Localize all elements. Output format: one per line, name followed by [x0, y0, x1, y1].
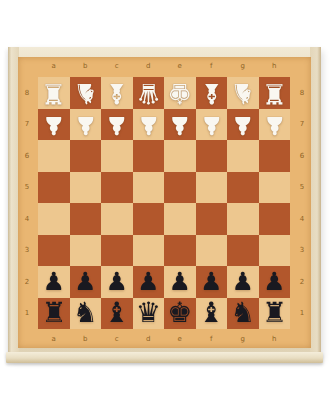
rank-label-left-2: 2: [21, 266, 33, 298]
piece-white-queen-d8[interactable]: ♛: [133, 77, 165, 109]
rank-label-left-1: 1: [21, 298, 33, 330]
square-g1[interactable]: ♞: [227, 298, 259, 330]
rank-label-right-8: 8: [296, 77, 308, 109]
square-g4[interactable]: [227, 203, 259, 235]
rank-label-right-3: 3: [296, 235, 308, 267]
square-a6[interactable]: [38, 140, 70, 172]
square-a1[interactable]: ♜: [38, 298, 70, 330]
piece-white-pawn-e7[interactable]: ♟: [164, 109, 196, 141]
square-c8[interactable]: ♝: [101, 77, 133, 109]
rank-label-right-5: 5: [296, 172, 308, 204]
square-h3[interactable]: [259, 235, 291, 267]
piece-black-knight-g1[interactable]: ♞: [227, 298, 259, 330]
square-g2[interactable]: ♟: [227, 266, 259, 298]
file-label-top-f: f: [196, 62, 228, 70]
file-label-top-h: h: [259, 62, 291, 70]
file-label-top-a: a: [38, 62, 70, 70]
rank-label-left-6: 6: [21, 140, 33, 172]
square-h1[interactable]: ♜: [259, 298, 291, 330]
file-label-top-d: d: [133, 62, 165, 70]
frame-right-edge: [310, 47, 321, 358]
rank-label-left-3: 3: [21, 235, 33, 267]
square-g5[interactable]: [227, 172, 259, 204]
square-b7[interactable]: ♟: [70, 109, 102, 141]
piece-black-king-e1[interactable]: ♚: [164, 298, 196, 330]
square-e4[interactable]: [164, 203, 196, 235]
board-surface: abcdefgh abcdefgh 87654321 87654321 ♜♞♝♛…: [18, 57, 311, 348]
square-c2[interactable]: ♟: [101, 266, 133, 298]
square-f1[interactable]: ♝: [196, 298, 228, 330]
square-h7[interactable]: ♟: [259, 109, 291, 141]
piece-white-bishop-c8[interactable]: ♝: [101, 77, 133, 109]
square-f7[interactable]: ♟: [196, 109, 228, 141]
square-b2[interactable]: ♟: [70, 266, 102, 298]
frame-bottom-ledge: [6, 352, 323, 363]
square-c5[interactable]: [101, 172, 133, 204]
piece-black-pawn-f2[interactable]: ♟: [196, 266, 228, 298]
piece-white-bishop-f8[interactable]: ♝: [196, 77, 228, 109]
square-h8[interactable]: ♜: [259, 77, 291, 109]
rank-label-right-4: 4: [296, 203, 308, 235]
piece-black-queen-d1[interactable]: ♛: [133, 298, 165, 330]
square-a3[interactable]: [38, 235, 70, 267]
rank-label-right-6: 6: [296, 140, 308, 172]
square-g7[interactable]: ♟: [227, 109, 259, 141]
piece-white-king-e8[interactable]: ♚: [164, 77, 196, 109]
piece-white-pawn-d7[interactable]: ♟: [133, 109, 165, 141]
rank-label-left-5: 5: [21, 172, 33, 204]
square-e6[interactable]: [164, 140, 196, 172]
square-b5[interactable]: [70, 172, 102, 204]
square-c3[interactable]: [101, 235, 133, 267]
square-e5[interactable]: [164, 172, 196, 204]
piece-black-pawn-d2[interactable]: ♟: [133, 266, 165, 298]
rank-labels-left: 87654321: [21, 77, 33, 329]
file-label-top-b: b: [70, 62, 102, 70]
square-e8[interactable]: ♚: [164, 77, 196, 109]
square-b8[interactable]: ♞: [70, 77, 102, 109]
piece-white-pawn-c7[interactable]: ♟: [101, 109, 133, 141]
square-f2[interactable]: ♟: [196, 266, 228, 298]
piece-black-rook-a1[interactable]: ♜: [38, 298, 70, 330]
square-c6[interactable]: [101, 140, 133, 172]
file-label-top-g: g: [227, 62, 259, 70]
square-d5[interactable]: [133, 172, 165, 204]
piece-white-rook-a8[interactable]: ♜: [38, 77, 70, 109]
square-f8[interactable]: ♝: [196, 77, 228, 109]
piece-white-knight-b8[interactable]: ♞: [70, 77, 102, 109]
product-photo: abcdefgh abcdefgh 87654321 87654321 ♜♞♝♛…: [0, 0, 330, 410]
square-b3[interactable]: [70, 235, 102, 267]
rank-label-right-2: 2: [296, 266, 308, 298]
piece-black-pawn-b2[interactable]: ♟: [70, 266, 102, 298]
square-h5[interactable]: [259, 172, 291, 204]
square-a5[interactable]: [38, 172, 70, 204]
piece-white-pawn-g7[interactable]: ♟: [227, 109, 259, 141]
piece-black-pawn-g2[interactable]: ♟: [227, 266, 259, 298]
square-d2[interactable]: ♟: [133, 266, 165, 298]
square-d6[interactable]: [133, 140, 165, 172]
square-h6[interactable]: [259, 140, 291, 172]
square-d3[interactable]: [133, 235, 165, 267]
square-e2[interactable]: ♟: [164, 266, 196, 298]
square-f3[interactable]: [196, 235, 228, 267]
board-grid: ♜♞♝♛♚♝♞♜♟♟♟♟♟♟♟♟♟♟♟♟♟♟♟♟♜♞♝♛♚♝♞♜: [38, 77, 290, 329]
piece-white-pawn-h7[interactable]: ♟: [259, 109, 291, 141]
square-h2[interactable]: ♟: [259, 266, 291, 298]
square-a4[interactable]: [38, 203, 70, 235]
square-b6[interactable]: [70, 140, 102, 172]
piece-black-bishop-f1[interactable]: ♝: [196, 298, 228, 330]
square-e3[interactable]: [164, 235, 196, 267]
piece-white-pawn-f7[interactable]: ♟: [196, 109, 228, 141]
square-e7[interactable]: ♟: [164, 109, 196, 141]
square-g6[interactable]: [227, 140, 259, 172]
square-a8[interactable]: ♜: [38, 77, 70, 109]
square-a7[interactable]: ♟: [38, 109, 70, 141]
file-labels-top: abcdefgh: [38, 62, 290, 70]
piece-black-pawn-c2[interactable]: ♟: [101, 266, 133, 298]
piece-black-pawn-h2[interactable]: ♟: [259, 266, 291, 298]
rank-label-left-8: 8: [21, 77, 33, 109]
file-label-bottom-d: d: [133, 335, 165, 343]
file-label-top-c: c: [101, 62, 133, 70]
file-label-bottom-a: a: [38, 335, 70, 343]
square-c4[interactable]: [101, 203, 133, 235]
square-b1[interactable]: ♞: [70, 298, 102, 330]
piece-white-rook-h8[interactable]: ♜: [259, 77, 291, 109]
piece-white-pawn-b7[interactable]: ♟: [70, 109, 102, 141]
file-label-bottom-h: h: [259, 335, 291, 343]
piece-white-pawn-a7[interactable]: ♟: [38, 109, 70, 141]
piece-black-knight-b1[interactable]: ♞: [70, 298, 102, 330]
file-label-bottom-c: c: [101, 335, 133, 343]
piece-black-pawn-a2[interactable]: ♟: [38, 266, 70, 298]
file-label-bottom-g: g: [227, 335, 259, 343]
square-d7[interactable]: ♟: [133, 109, 165, 141]
square-g8[interactable]: ♞: [227, 77, 259, 109]
demo-chessboard-frame: abcdefgh abcdefgh 87654321 87654321 ♜♞♝♛…: [8, 47, 321, 358]
rank-label-right-7: 7: [296, 109, 308, 141]
rank-labels-right: 87654321: [296, 77, 308, 329]
rank-label-left-4: 4: [21, 203, 33, 235]
file-label-bottom-f: f: [196, 335, 228, 343]
rank-label-left-7: 7: [21, 109, 33, 141]
square-h4[interactable]: [259, 203, 291, 235]
piece-black-pawn-e2[interactable]: ♟: [164, 266, 196, 298]
square-c1[interactable]: ♝: [101, 298, 133, 330]
square-d1[interactable]: ♛: [133, 298, 165, 330]
square-b4[interactable]: [70, 203, 102, 235]
square-a2[interactable]: ♟: [38, 266, 70, 298]
file-label-bottom-e: e: [164, 335, 196, 343]
square-f6[interactable]: [196, 140, 228, 172]
square-d8[interactable]: ♛: [133, 77, 165, 109]
square-d4[interactable]: [133, 203, 165, 235]
square-c7[interactable]: ♟: [101, 109, 133, 141]
piece-white-knight-g8[interactable]: ♞: [227, 77, 259, 109]
file-label-bottom-b: b: [70, 335, 102, 343]
square-g3[interactable]: [227, 235, 259, 267]
square-f5[interactable]: [196, 172, 228, 204]
piece-black-bishop-c1[interactable]: ♝: [101, 298, 133, 330]
file-label-top-e: e: [164, 62, 196, 70]
rank-label-right-1: 1: [296, 298, 308, 330]
file-labels-bottom: abcdefgh: [38, 335, 290, 343]
square-f4[interactable]: [196, 203, 228, 235]
piece-black-rook-h1[interactable]: ♜: [259, 298, 291, 330]
square-e1[interactable]: ♚: [164, 298, 196, 330]
